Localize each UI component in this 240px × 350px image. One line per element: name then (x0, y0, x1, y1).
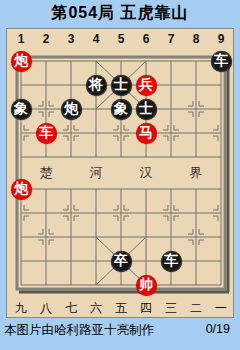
piece-red-general[interactable]: 帅 (136, 275, 157, 296)
piece-red-horse[interactable]: 马 (136, 123, 157, 144)
col-label-六: 六 (84, 300, 109, 317)
piece-black-elephant-a[interactable]: 象 (11, 99, 32, 120)
col-label-八: 八 (34, 300, 59, 317)
piece-black-chariot-a[interactable]: 车 (211, 51, 232, 72)
footer: 本图片由哈利路亚十亮制作 0/19 (0, 322, 240, 346)
piece-black-advisor-a[interactable]: 士 (111, 75, 132, 96)
piece-black-elephant-b[interactable]: 象 (111, 99, 132, 120)
piece-red-chariot[interactable]: 车 (36, 123, 57, 144)
piece-black-soldier[interactable]: 卒 (111, 251, 132, 272)
piece-black-chariot-b[interactable]: 车 (161, 251, 182, 272)
pieces-layer: 炮车将士兵象炮象士车马炮卒车帅 (9, 49, 234, 297)
piece-black-cannon[interactable]: 炮 (61, 99, 82, 120)
col-label-九: 九 (9, 300, 34, 317)
column-numbers-bottom: 九八七六五四三二一 (9, 300, 234, 317)
col-label-二: 二 (184, 300, 209, 317)
col-label-一: 一 (209, 300, 234, 317)
xiangqi-board[interactable]: 123456789 楚河汉界 炮车将士兵象炮象士车马炮卒车帅 九八七六五四三二一 (6, 28, 234, 318)
col-label-四: 四 (134, 300, 159, 317)
piece-black-general[interactable]: 将 (86, 75, 107, 96)
col-label-三: 三 (159, 300, 184, 317)
page: 第054局 五虎靠山 123456789 楚河汉界 炮车将士兵象炮象士车马炮卒车… (0, 0, 240, 350)
piece-red-cannon-b[interactable]: 炮 (11, 179, 32, 200)
col-label-五: 五 (109, 300, 134, 317)
piece-black-advisor-b[interactable]: 士 (136, 99, 157, 120)
piece-red-cannon-a[interactable]: 炮 (11, 51, 32, 72)
move-counter: 0/19 (206, 322, 230, 336)
credit-text: 本图片由哈利路亚十亮制作 (4, 322, 154, 339)
piece-red-soldier[interactable]: 兵 (136, 75, 157, 96)
puzzle-title: 第054局 五虎靠山 (0, 3, 240, 25)
col-label-七: 七 (59, 300, 84, 317)
